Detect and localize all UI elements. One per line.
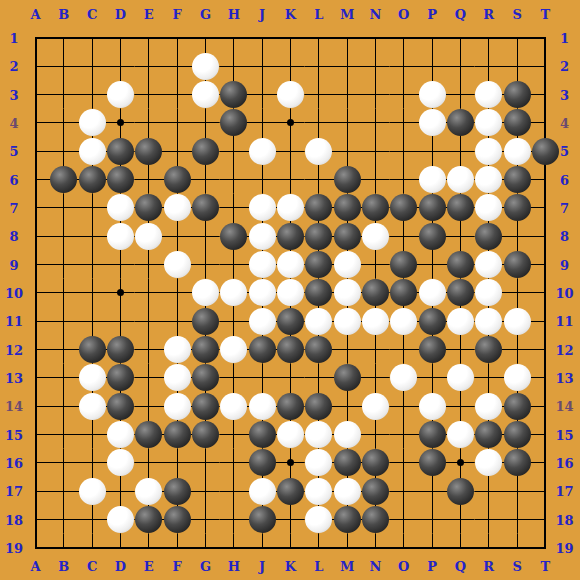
intersection-N6[interactable] (361, 165, 389, 193)
intersection-E10[interactable] (135, 279, 163, 307)
intersection-S7[interactable] (503, 194, 531, 222)
intersection-M5[interactable] (333, 137, 361, 165)
intersection-R16[interactable] (475, 449, 503, 477)
intersection-O12[interactable] (390, 335, 418, 363)
intersection-M13[interactable] (333, 364, 361, 392)
intersection-L7[interactable] (305, 194, 333, 222)
intersection-T8[interactable] (531, 222, 559, 250)
intersection-P7[interactable] (418, 194, 446, 222)
intersection-J12[interactable] (248, 335, 276, 363)
intersection-P6[interactable] (418, 165, 446, 193)
intersection-F3[interactable] (163, 80, 191, 108)
intersection-L5[interactable] (305, 137, 333, 165)
intersection-R15[interactable] (475, 420, 503, 448)
intersection-J17[interactable] (248, 477, 276, 505)
intersection-P2[interactable] (418, 52, 446, 80)
intersection-J11[interactable] (248, 307, 276, 335)
intersection-O5[interactable] (390, 137, 418, 165)
intersection-K2[interactable] (276, 52, 304, 80)
intersection-P4[interactable] (418, 109, 446, 137)
intersection-B11[interactable] (50, 307, 78, 335)
intersection-P11[interactable] (418, 307, 446, 335)
intersection-E13[interactable] (135, 364, 163, 392)
intersection-P17[interactable] (418, 477, 446, 505)
intersection-K11[interactable] (276, 307, 304, 335)
intersection-S12[interactable] (503, 335, 531, 363)
intersection-Q1[interactable] (446, 24, 474, 52)
intersection-Q3[interactable] (446, 80, 474, 108)
intersection-L9[interactable] (305, 250, 333, 278)
intersection-L15[interactable] (305, 420, 333, 448)
intersection-T2[interactable] (531, 52, 559, 80)
intersection-O14[interactable] (390, 392, 418, 420)
intersection-B3[interactable] (50, 80, 78, 108)
intersection-A16[interactable] (21, 449, 49, 477)
intersection-N3[interactable] (361, 80, 389, 108)
intersection-G4[interactable] (191, 109, 219, 137)
intersection-H7[interactable] (220, 194, 248, 222)
intersection-Q16[interactable] (446, 449, 474, 477)
intersection-Q7[interactable] (446, 194, 474, 222)
intersection-B16[interactable] (50, 449, 78, 477)
intersection-K5[interactable] (276, 137, 304, 165)
intersection-N12[interactable] (361, 335, 389, 363)
intersection-M8[interactable] (333, 222, 361, 250)
intersection-E7[interactable] (135, 194, 163, 222)
intersection-Q4[interactable] (446, 109, 474, 137)
intersection-A9[interactable] (21, 250, 49, 278)
intersection-Q5[interactable] (446, 137, 474, 165)
intersection-J2[interactable] (248, 52, 276, 80)
intersection-C5[interactable] (78, 137, 106, 165)
intersection-H13[interactable] (220, 364, 248, 392)
intersection-P3[interactable] (418, 80, 446, 108)
intersection-T7[interactable] (531, 194, 559, 222)
intersection-M14[interactable] (333, 392, 361, 420)
intersection-H8[interactable] (220, 222, 248, 250)
intersection-D13[interactable] (106, 364, 134, 392)
intersection-H1[interactable] (220, 24, 248, 52)
intersection-F6[interactable] (163, 165, 191, 193)
intersection-F15[interactable] (163, 420, 191, 448)
intersection-D16[interactable] (106, 449, 134, 477)
intersection-O1[interactable] (390, 24, 418, 52)
intersection-L1[interactable] (305, 24, 333, 52)
intersection-G14[interactable] (191, 392, 219, 420)
intersection-S14[interactable] (503, 392, 531, 420)
intersection-H18[interactable] (220, 505, 248, 533)
intersection-N16[interactable] (361, 449, 389, 477)
intersection-T6[interactable] (531, 165, 559, 193)
intersection-P9[interactable] (418, 250, 446, 278)
intersection-R9[interactable] (475, 250, 503, 278)
intersection-E4[interactable] (135, 109, 163, 137)
intersection-J7[interactable] (248, 194, 276, 222)
intersection-E12[interactable] (135, 335, 163, 363)
intersection-R1[interactable] (475, 24, 503, 52)
intersection-E1[interactable] (135, 24, 163, 52)
intersection-C18[interactable] (78, 505, 106, 533)
intersection-S16[interactable] (503, 449, 531, 477)
intersection-C1[interactable] (78, 24, 106, 52)
intersection-L18[interactable] (305, 505, 333, 533)
intersection-N11[interactable] (361, 307, 389, 335)
intersection-C13[interactable] (78, 364, 106, 392)
intersection-A11[interactable] (21, 307, 49, 335)
intersection-G1[interactable] (191, 24, 219, 52)
intersection-O2[interactable] (390, 52, 418, 80)
intersection-B6[interactable] (50, 165, 78, 193)
intersection-O7[interactable] (390, 194, 418, 222)
intersection-P13[interactable] (418, 364, 446, 392)
intersection-O17[interactable] (390, 477, 418, 505)
intersection-B10[interactable] (50, 279, 78, 307)
intersection-J8[interactable] (248, 222, 276, 250)
intersection-G18[interactable] (191, 505, 219, 533)
intersection-L4[interactable] (305, 109, 333, 137)
intersection-H14[interactable] (220, 392, 248, 420)
intersection-H10[interactable] (220, 279, 248, 307)
intersection-F16[interactable] (163, 449, 191, 477)
intersection-B13[interactable] (50, 364, 78, 392)
intersection-H2[interactable] (220, 52, 248, 80)
intersection-N18[interactable] (361, 505, 389, 533)
intersection-H12[interactable] (220, 335, 248, 363)
intersection-F1[interactable] (163, 24, 191, 52)
intersection-M3[interactable] (333, 80, 361, 108)
intersection-N9[interactable] (361, 250, 389, 278)
intersection-R6[interactable] (475, 165, 503, 193)
intersection-J14[interactable] (248, 392, 276, 420)
intersection-R12[interactable] (475, 335, 503, 363)
intersection-L11[interactable] (305, 307, 333, 335)
intersection-M6[interactable] (333, 165, 361, 193)
intersection-E11[interactable] (135, 307, 163, 335)
intersection-C7[interactable] (78, 194, 106, 222)
intersection-F5[interactable] (163, 137, 191, 165)
intersection-P1[interactable] (418, 24, 446, 52)
intersection-K1[interactable] (276, 24, 304, 52)
intersection-S3[interactable] (503, 80, 531, 108)
intersection-G6[interactable] (191, 165, 219, 193)
intersection-P12[interactable] (418, 335, 446, 363)
intersection-D18[interactable] (106, 505, 134, 533)
intersection-L3[interactable] (305, 80, 333, 108)
intersection-O15[interactable] (390, 420, 418, 448)
intersection-Q18[interactable] (446, 505, 474, 533)
intersection-C12[interactable] (78, 335, 106, 363)
intersection-D8[interactable] (106, 222, 134, 250)
intersection-M18[interactable] (333, 505, 361, 533)
intersection-M17[interactable] (333, 477, 361, 505)
intersection-E18[interactable] (135, 505, 163, 533)
intersection-H11[interactable] (220, 307, 248, 335)
intersection-E6[interactable] (135, 165, 163, 193)
intersection-K15[interactable] (276, 420, 304, 448)
intersection-B17[interactable] (50, 477, 78, 505)
intersection-S8[interactable] (503, 222, 531, 250)
intersection-J4[interactable] (248, 109, 276, 137)
intersection-A12[interactable] (21, 335, 49, 363)
intersection-T4[interactable] (531, 109, 559, 137)
intersection-F9[interactable] (163, 250, 191, 278)
intersection-D17[interactable] (106, 477, 134, 505)
intersection-A3[interactable] (21, 80, 49, 108)
intersection-H3[interactable] (220, 80, 248, 108)
intersection-D3[interactable] (106, 80, 134, 108)
intersection-K3[interactable] (276, 80, 304, 108)
intersection-O18[interactable] (390, 505, 418, 533)
intersection-Q12[interactable] (446, 335, 474, 363)
intersection-L14[interactable] (305, 392, 333, 420)
intersection-R7[interactable] (475, 194, 503, 222)
intersection-F2[interactable] (163, 52, 191, 80)
intersection-P8[interactable] (418, 222, 446, 250)
intersection-N7[interactable] (361, 194, 389, 222)
intersection-H9[interactable] (220, 250, 248, 278)
intersection-M10[interactable] (333, 279, 361, 307)
intersection-E9[interactable] (135, 250, 163, 278)
intersection-H4[interactable] (220, 109, 248, 137)
intersection-K9[interactable] (276, 250, 304, 278)
intersection-E15[interactable] (135, 420, 163, 448)
intersection-T3[interactable] (531, 80, 559, 108)
intersection-B1[interactable] (50, 24, 78, 52)
intersection-J6[interactable] (248, 165, 276, 193)
intersection-G16[interactable] (191, 449, 219, 477)
intersection-S10[interactable] (503, 279, 531, 307)
intersection-R3[interactable] (475, 80, 503, 108)
intersection-S5[interactable] (503, 137, 531, 165)
intersection-S13[interactable] (503, 364, 531, 392)
intersection-D5[interactable] (106, 137, 134, 165)
intersection-B4[interactable] (50, 109, 78, 137)
intersection-S6[interactable] (503, 165, 531, 193)
intersection-R4[interactable] (475, 109, 503, 137)
intersection-O8[interactable] (390, 222, 418, 250)
intersection-B12[interactable] (50, 335, 78, 363)
intersection-J3[interactable] (248, 80, 276, 108)
intersection-N10[interactable] (361, 279, 389, 307)
intersection-H6[interactable] (220, 165, 248, 193)
intersection-P15[interactable] (418, 420, 446, 448)
intersection-D2[interactable] (106, 52, 134, 80)
intersection-Q8[interactable] (446, 222, 474, 250)
intersection-G12[interactable] (191, 335, 219, 363)
intersection-Q15[interactable] (446, 420, 474, 448)
intersection-F18[interactable] (163, 505, 191, 533)
intersection-C4[interactable] (78, 109, 106, 137)
intersection-H16[interactable] (220, 449, 248, 477)
intersection-B14[interactable] (50, 392, 78, 420)
intersection-J5[interactable] (248, 137, 276, 165)
intersection-D1[interactable] (106, 24, 134, 52)
intersection-G17[interactable] (191, 477, 219, 505)
intersection-E8[interactable] (135, 222, 163, 250)
intersection-Q6[interactable] (446, 165, 474, 193)
intersection-L6[interactable] (305, 165, 333, 193)
intersection-O10[interactable] (390, 279, 418, 307)
intersection-R17[interactable] (475, 477, 503, 505)
intersection-Q11[interactable] (446, 307, 474, 335)
intersection-Q17[interactable] (446, 477, 474, 505)
intersection-J15[interactable] (248, 420, 276, 448)
intersection-H15[interactable] (220, 420, 248, 448)
intersection-M9[interactable] (333, 250, 361, 278)
intersection-L12[interactable] (305, 335, 333, 363)
intersection-K17[interactable] (276, 477, 304, 505)
intersection-Q9[interactable] (446, 250, 474, 278)
intersection-B15[interactable] (50, 420, 78, 448)
intersection-M7[interactable] (333, 194, 361, 222)
intersection-E17[interactable] (135, 477, 163, 505)
intersection-D6[interactable] (106, 165, 134, 193)
intersection-C10[interactable] (78, 279, 106, 307)
intersection-R5[interactable] (475, 137, 503, 165)
intersection-B5[interactable] (50, 137, 78, 165)
intersection-C16[interactable] (78, 449, 106, 477)
intersection-S1[interactable] (503, 24, 531, 52)
intersection-G7[interactable] (191, 194, 219, 222)
intersection-N5[interactable] (361, 137, 389, 165)
intersection-N2[interactable] (361, 52, 389, 80)
intersection-J9[interactable] (248, 250, 276, 278)
intersection-K13[interactable] (276, 364, 304, 392)
intersection-E16[interactable] (135, 449, 163, 477)
intersection-G3[interactable] (191, 80, 219, 108)
intersection-N8[interactable] (361, 222, 389, 250)
intersection-J10[interactable] (248, 279, 276, 307)
intersection-D4[interactable] (106, 109, 134, 137)
intersection-E2[interactable] (135, 52, 163, 80)
intersection-D12[interactable] (106, 335, 134, 363)
intersection-D10[interactable] (106, 279, 134, 307)
intersection-G15[interactable] (191, 420, 219, 448)
intersection-K16[interactable] (276, 449, 304, 477)
intersection-E3[interactable] (135, 80, 163, 108)
intersection-N17[interactable] (361, 477, 389, 505)
intersection-K4[interactable] (276, 109, 304, 137)
intersection-A17[interactable] (21, 477, 49, 505)
intersection-C8[interactable] (78, 222, 106, 250)
intersection-R18[interactable] (475, 505, 503, 533)
intersection-G8[interactable] (191, 222, 219, 250)
intersection-J13[interactable] (248, 364, 276, 392)
intersection-A8[interactable] (21, 222, 49, 250)
intersection-P5[interactable] (418, 137, 446, 165)
intersection-L16[interactable] (305, 449, 333, 477)
intersection-P18[interactable] (418, 505, 446, 533)
intersection-C11[interactable] (78, 307, 106, 335)
intersection-F12[interactable] (163, 335, 191, 363)
intersection-L2[interactable] (305, 52, 333, 80)
intersection-N15[interactable] (361, 420, 389, 448)
intersection-N4[interactable] (361, 109, 389, 137)
intersection-O4[interactable] (390, 109, 418, 137)
intersection-C6[interactable] (78, 165, 106, 193)
intersection-K7[interactable] (276, 194, 304, 222)
intersection-P10[interactable] (418, 279, 446, 307)
intersection-K10[interactable] (276, 279, 304, 307)
intersection-E5[interactable] (135, 137, 163, 165)
intersection-P16[interactable] (418, 449, 446, 477)
intersection-Q14[interactable] (446, 392, 474, 420)
intersection-F11[interactable] (163, 307, 191, 335)
intersection-D14[interactable] (106, 392, 134, 420)
intersection-F7[interactable] (163, 194, 191, 222)
intersection-M12[interactable] (333, 335, 361, 363)
intersection-T1[interactable] (531, 24, 559, 52)
intersection-R10[interactable] (475, 279, 503, 307)
intersection-N13[interactable] (361, 364, 389, 392)
intersection-H17[interactable] (220, 477, 248, 505)
intersection-G13[interactable] (191, 364, 219, 392)
intersection-N1[interactable] (361, 24, 389, 52)
intersection-O11[interactable] (390, 307, 418, 335)
intersection-R14[interactable] (475, 392, 503, 420)
intersection-O16[interactable] (390, 449, 418, 477)
intersection-K12[interactable] (276, 335, 304, 363)
intersection-S11[interactable] (503, 307, 531, 335)
intersection-R11[interactable] (475, 307, 503, 335)
intersection-F4[interactable] (163, 109, 191, 137)
intersection-F17[interactable] (163, 477, 191, 505)
intersection-A6[interactable] (21, 165, 49, 193)
intersection-D15[interactable] (106, 420, 134, 448)
intersection-A1[interactable] (21, 24, 49, 52)
intersection-R8[interactable] (475, 222, 503, 250)
intersection-O13[interactable] (390, 364, 418, 392)
intersection-H5[interactable] (220, 137, 248, 165)
intersection-F14[interactable] (163, 392, 191, 420)
intersection-F13[interactable] (163, 364, 191, 392)
intersection-M4[interactable] (333, 109, 361, 137)
intersection-K8[interactable] (276, 222, 304, 250)
intersection-Q10[interactable] (446, 279, 474, 307)
intersection-K6[interactable] (276, 165, 304, 193)
intersection-A7[interactable] (21, 194, 49, 222)
intersection-E14[interactable] (135, 392, 163, 420)
intersection-O3[interactable] (390, 80, 418, 108)
intersection-S2[interactable] (503, 52, 531, 80)
intersection-C9[interactable] (78, 250, 106, 278)
intersection-B18[interactable] (50, 505, 78, 533)
intersection-A14[interactable] (21, 392, 49, 420)
intersection-T5[interactable] (531, 137, 559, 165)
intersection-S9[interactable] (503, 250, 531, 278)
intersection-S17[interactable] (503, 477, 531, 505)
intersection-B8[interactable] (50, 222, 78, 250)
intersection-C3[interactable] (78, 80, 106, 108)
intersection-R2[interactable] (475, 52, 503, 80)
intersection-A5[interactable] (21, 137, 49, 165)
intersection-M1[interactable] (333, 24, 361, 52)
intersection-M15[interactable] (333, 420, 361, 448)
intersection-G9[interactable] (191, 250, 219, 278)
intersection-K18[interactable] (276, 505, 304, 533)
intersection-Q2[interactable] (446, 52, 474, 80)
intersection-A13[interactable] (21, 364, 49, 392)
intersection-J18[interactable] (248, 505, 276, 533)
intersection-F8[interactable] (163, 222, 191, 250)
intersection-C2[interactable] (78, 52, 106, 80)
intersection-C15[interactable] (78, 420, 106, 448)
intersection-P14[interactable] (418, 392, 446, 420)
intersection-A10[interactable] (21, 279, 49, 307)
intersection-J16[interactable] (248, 449, 276, 477)
intersection-A15[interactable] (21, 420, 49, 448)
intersection-G2[interactable] (191, 52, 219, 80)
